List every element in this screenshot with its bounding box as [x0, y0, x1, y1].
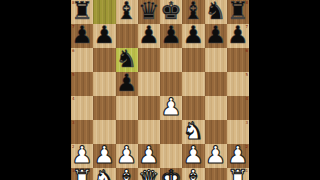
square-e3[interactable]	[160, 120, 182, 144]
square-b7[interactable]: ♟	[93, 24, 115, 48]
black-king[interactable]: ♚	[160, 0, 182, 23]
black-pawn[interactable]: ♟	[94, 23, 116, 47]
black-knight[interactable]: ♞	[205, 0, 227, 23]
letterbox-left	[0, 0, 71, 180]
rank-label-right-4: 4	[245, 96, 248, 101]
white-pawn[interactable]: ♟	[94, 143, 116, 167]
square-d1[interactable]: ♛	[138, 168, 160, 180]
square-a5[interactable]: 5	[71, 72, 93, 96]
white-knight[interactable]: ♞	[94, 167, 116, 180]
square-g7[interactable]: ♟	[205, 24, 227, 48]
square-f5[interactable]	[182, 72, 204, 96]
rank-label-right-5: 5	[245, 72, 248, 77]
rank-label-left-1: 1	[72, 168, 75, 173]
video-frame: ♜8♝♛♚♝♞♜8♟7♟♟♟♟♟♟76♞65♟54♟43♞3♟2♟♟♟♟♟♟2♜…	[0, 0, 320, 180]
black-knight[interactable]: ♞	[116, 47, 138, 71]
rank-label-right-6: 6	[245, 48, 248, 53]
black-pawn[interactable]: ♟	[183, 23, 205, 47]
square-h1[interactable]: ♜1	[227, 168, 249, 180]
square-b1[interactable]: ♞	[93, 168, 115, 180]
square-d5[interactable]	[138, 72, 160, 96]
rank-label-left-6: 6	[72, 48, 75, 53]
white-pawn[interactable]: ♟	[205, 143, 227, 167]
square-a7[interactable]: ♟7	[71, 24, 93, 48]
white-knight[interactable]: ♞	[183, 119, 205, 143]
square-c8[interactable]: ♝	[116, 0, 138, 24]
square-e4[interactable]: ♟	[160, 96, 182, 120]
white-pawn[interactable]: ♟	[160, 95, 182, 119]
rank-label-right-3: 3	[245, 120, 248, 125]
square-d4[interactable]	[138, 96, 160, 120]
rank-label-left-2: 2	[72, 144, 75, 149]
square-b6[interactable]	[93, 48, 115, 72]
letterbox-right	[249, 0, 320, 180]
square-f6[interactable]	[182, 48, 204, 72]
square-a1[interactable]: ♜1	[71, 168, 93, 180]
white-bishop[interactable]: ♝	[183, 167, 205, 180]
rank-label-right-8: 8	[245, 0, 248, 5]
rank-label-right-1: 1	[245, 168, 248, 173]
square-c4[interactable]	[116, 96, 138, 120]
square-h6[interactable]: 6	[227, 48, 249, 72]
square-d7[interactable]: ♟	[138, 24, 160, 48]
black-bishop[interactable]: ♝	[183, 0, 205, 23]
chess-board[interactable]: ♜8♝♛♚♝♞♜8♟7♟♟♟♟♟♟76♞65♟54♟43♞3♟2♟♟♟♟♟♟2♜…	[71, 0, 249, 180]
square-e6[interactable]	[160, 48, 182, 72]
square-b5[interactable]	[93, 72, 115, 96]
square-f7[interactable]: ♟	[182, 24, 204, 48]
white-pawn[interactable]: ♟	[183, 143, 205, 167]
black-pawn[interactable]: ♟	[160, 23, 182, 47]
black-pawn[interactable]: ♟	[138, 23, 160, 47]
white-king[interactable]: ♚	[160, 167, 182, 180]
square-c5[interactable]: ♟	[116, 72, 138, 96]
black-pawn[interactable]: ♟	[116, 71, 138, 95]
white-queen[interactable]: ♛	[138, 167, 160, 180]
black-pawn[interactable]: ♟	[205, 23, 227, 47]
square-b4[interactable]	[93, 96, 115, 120]
square-c1[interactable]: ♝	[116, 168, 138, 180]
square-e1[interactable]: ♚	[160, 168, 182, 180]
square-f1[interactable]: ♝	[182, 168, 204, 180]
square-a6[interactable]: 6	[71, 48, 93, 72]
square-e7[interactable]: ♟	[160, 24, 182, 48]
square-g4[interactable]	[205, 96, 227, 120]
white-bishop[interactable]: ♝	[116, 167, 138, 180]
square-h5[interactable]: 5	[227, 72, 249, 96]
black-bishop[interactable]: ♝	[116, 0, 138, 23]
rank-label-left-4: 4	[72, 96, 75, 101]
square-d6[interactable]	[138, 48, 160, 72]
square-g2[interactable]: ♟	[205, 144, 227, 168]
square-a4[interactable]: 4	[71, 96, 93, 120]
square-g6[interactable]	[205, 48, 227, 72]
rank-label-right-7: 7	[245, 24, 248, 29]
black-queen[interactable]: ♛	[138, 0, 160, 23]
white-pawn[interactable]: ♟	[138, 143, 160, 167]
square-h7[interactable]: ♟7	[227, 24, 249, 48]
rank-label-left-7: 7	[72, 24, 75, 29]
white-pawn[interactable]: ♟	[116, 143, 138, 167]
rank-label-left-8: 8	[72, 0, 75, 5]
square-g1[interactable]	[205, 168, 227, 180]
rank-label-left-5: 5	[72, 72, 75, 77]
square-g5[interactable]	[205, 72, 227, 96]
rank-label-right-2: 2	[245, 144, 248, 149]
square-h4[interactable]: 4	[227, 96, 249, 120]
rank-label-left-3: 3	[72, 120, 75, 125]
